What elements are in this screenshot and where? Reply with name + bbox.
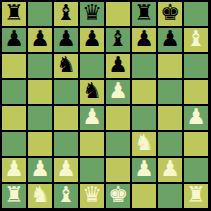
square-c2[interactable]: ♟ bbox=[54, 158, 78, 182]
square-a1[interactable]: ♜ bbox=[2, 184, 26, 208]
square-a8[interactable]: ♜ bbox=[2, 2, 26, 26]
black-pawn-a7[interactable]: ♟ bbox=[4, 28, 24, 50]
white-pawn-h4[interactable]: ♟ bbox=[186, 106, 206, 128]
square-b5[interactable] bbox=[28, 80, 52, 104]
square-e8[interactable] bbox=[106, 2, 130, 26]
white-pawn-c2[interactable]: ♟ bbox=[56, 158, 76, 180]
square-d8[interactable]: ♛ bbox=[80, 2, 104, 26]
square-c1[interactable]: ♝ bbox=[54, 184, 78, 208]
square-f7[interactable]: ♟ bbox=[132, 28, 156, 52]
square-c7[interactable]: ♟ bbox=[54, 28, 78, 52]
black-pawn-c7[interactable]: ♟ bbox=[56, 28, 76, 50]
black-pawn-f7[interactable]: ♟ bbox=[134, 28, 154, 50]
square-b4[interactable] bbox=[28, 106, 52, 130]
white-knight-b1[interactable]: ♞ bbox=[30, 184, 50, 206]
square-e6[interactable]: ♟ bbox=[106, 54, 130, 78]
square-h7[interactable]: ♝ bbox=[184, 28, 208, 52]
square-g7[interactable]: ♟ bbox=[158, 28, 182, 52]
square-e7[interactable]: ♝ bbox=[106, 28, 130, 52]
square-f8[interactable]: ♜ bbox=[132, 2, 156, 26]
square-c4[interactable] bbox=[54, 106, 78, 130]
white-knight-f3[interactable]: ♞ bbox=[134, 132, 154, 154]
square-b6[interactable] bbox=[28, 54, 52, 78]
black-knight-d5[interactable]: ♞ bbox=[82, 80, 102, 102]
square-h6[interactable] bbox=[184, 54, 208, 78]
square-b7[interactable]: ♟ bbox=[28, 28, 52, 52]
square-h2[interactable] bbox=[184, 158, 208, 182]
white-rook-a1[interactable]: ♜ bbox=[4, 184, 24, 206]
square-a6[interactable] bbox=[2, 54, 26, 78]
black-rook-f8[interactable]: ♜ bbox=[134, 2, 154, 24]
white-pawn-d4[interactable]: ♟ bbox=[82, 106, 102, 128]
square-c8[interactable]: ♝ bbox=[54, 2, 78, 26]
square-b2[interactable]: ♟ bbox=[28, 158, 52, 182]
white-rook-h1[interactable]: ♜ bbox=[186, 184, 206, 206]
square-h1[interactable]: ♜ bbox=[184, 184, 208, 208]
square-h8[interactable] bbox=[184, 2, 208, 26]
square-e2[interactable] bbox=[106, 158, 130, 182]
square-a2[interactable]: ♟ bbox=[2, 158, 26, 182]
white-king-e1[interactable]: ♚ bbox=[108, 184, 128, 206]
chess-board: ♜♝♛♜♚♟♟♟♟♝♟♟♝♞♟♞♟♟♟♞♟♟♟♟♟♜♞♝♛♚♜ bbox=[0, 0, 210, 210]
black-pawn-e6[interactable]: ♟ bbox=[108, 54, 128, 76]
square-f4[interactable] bbox=[132, 106, 156, 130]
black-bishop-e7[interactable]: ♝ bbox=[108, 28, 128, 50]
white-pawn-b2[interactable]: ♟ bbox=[30, 158, 50, 180]
square-g5[interactable] bbox=[158, 80, 182, 104]
square-c3[interactable] bbox=[54, 132, 78, 156]
square-b1[interactable]: ♞ bbox=[28, 184, 52, 208]
square-a3[interactable] bbox=[2, 132, 26, 156]
square-d2[interactable] bbox=[80, 158, 104, 182]
square-d3[interactable] bbox=[80, 132, 104, 156]
square-h5[interactable] bbox=[184, 80, 208, 104]
square-a5[interactable] bbox=[2, 80, 26, 104]
square-c5[interactable] bbox=[54, 80, 78, 104]
square-f5[interactable] bbox=[132, 80, 156, 104]
square-d5[interactable]: ♞ bbox=[80, 80, 104, 104]
white-queen-d1[interactable]: ♛ bbox=[82, 184, 102, 206]
square-e4[interactable] bbox=[106, 106, 130, 130]
square-g1[interactable] bbox=[158, 184, 182, 208]
black-knight-c6[interactable]: ♞ bbox=[56, 54, 76, 76]
square-g6[interactable] bbox=[158, 54, 182, 78]
white-pawn-f2[interactable]: ♟ bbox=[134, 158, 154, 180]
white-bishop-c1[interactable]: ♝ bbox=[56, 184, 76, 206]
square-f6[interactable] bbox=[132, 54, 156, 78]
white-bishop-h7[interactable]: ♝ bbox=[186, 28, 206, 50]
square-f3[interactable]: ♞ bbox=[132, 132, 156, 156]
square-g4[interactable] bbox=[158, 106, 182, 130]
square-a7[interactable]: ♟ bbox=[2, 28, 26, 52]
square-e1[interactable]: ♚ bbox=[106, 184, 130, 208]
square-d6[interactable] bbox=[80, 54, 104, 78]
black-pawn-d7[interactable]: ♟ bbox=[82, 28, 102, 50]
square-f2[interactable]: ♟ bbox=[132, 158, 156, 182]
white-pawn-g2[interactable]: ♟ bbox=[160, 158, 180, 180]
square-e5[interactable]: ♟ bbox=[106, 80, 130, 104]
square-b3[interactable] bbox=[28, 132, 52, 156]
white-pawn-e5[interactable]: ♟ bbox=[108, 80, 128, 102]
square-e3[interactable] bbox=[106, 132, 130, 156]
black-rook-a8[interactable]: ♜ bbox=[4, 2, 24, 24]
square-d7[interactable]: ♟ bbox=[80, 28, 104, 52]
square-h4[interactable]: ♟ bbox=[184, 106, 208, 130]
square-c6[interactable]: ♞ bbox=[54, 54, 78, 78]
black-queen-d8[interactable]: ♛ bbox=[82, 2, 102, 24]
square-g8[interactable]: ♚ bbox=[158, 2, 182, 26]
black-pawn-g7[interactable]: ♟ bbox=[160, 28, 180, 50]
square-d4[interactable]: ♟ bbox=[80, 106, 104, 130]
square-f1[interactable] bbox=[132, 184, 156, 208]
square-g2[interactable]: ♟ bbox=[158, 158, 182, 182]
square-d1[interactable]: ♛ bbox=[80, 184, 104, 208]
square-g3[interactable] bbox=[158, 132, 182, 156]
square-h3[interactable] bbox=[184, 132, 208, 156]
black-pawn-b7[interactable]: ♟ bbox=[30, 28, 50, 50]
square-a4[interactable] bbox=[2, 106, 26, 130]
white-pawn-a2[interactable]: ♟ bbox=[4, 158, 24, 180]
square-b8[interactable] bbox=[28, 2, 52, 26]
black-king-g8[interactable]: ♚ bbox=[160, 2, 180, 24]
black-bishop-c8[interactable]: ♝ bbox=[56, 2, 76, 24]
